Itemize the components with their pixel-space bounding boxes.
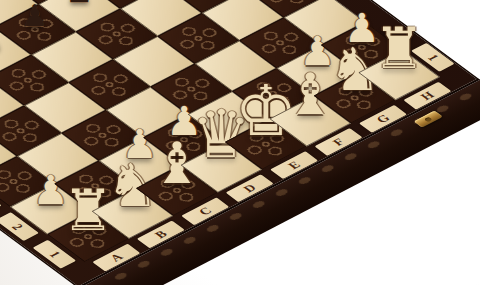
piece-glyph: ♜ (374, 21, 425, 75)
file-label-text: F (330, 136, 348, 148)
piece-white-rook-h1[interactable]: ♜ (375, 0, 423, 75)
rank-label-text: 1 (45, 249, 63, 259)
piece-white-knight-g1[interactable]: ♞ (331, 14, 379, 98)
piece-glyph: ♟ (66, 0, 93, 6)
file-label-text: G (373, 112, 393, 125)
file-label-text: H (417, 89, 437, 102)
file-label-text: A (107, 251, 126, 263)
piece-white-king-e1[interactable]: ♚ (242, 60, 290, 144)
photo-scene: 876♟♟♟5432♟♟♟♟♟1♜♞♝♛♚♝♞♜1ABCDEFGH (0, 0, 480, 285)
piece-white-rook-a1[interactable]: ♜ (64, 153, 112, 237)
file-label-text: D (240, 182, 259, 194)
file-label-text: B (151, 228, 170, 240)
piece-white-bishop-f1[interactable]: ♝ (286, 37, 334, 121)
rank-label-text: 2 (8, 221, 26, 231)
rank-label-text: 1 (424, 52, 442, 62)
file-label-text: E (285, 159, 304, 171)
file-label-text: C (196, 205, 215, 217)
brass-clasp-icon (414, 111, 443, 128)
chess-board: 876♟♟♟5432♟♟♟♟♟1♜♞♝♛♚♝♞♜1ABCDEFGH (0, 0, 480, 285)
piece-black-pawn-e6[interactable]: ♟ (55, 0, 103, 6)
piece-white-knight-b1[interactable]: ♞ (109, 130, 157, 214)
